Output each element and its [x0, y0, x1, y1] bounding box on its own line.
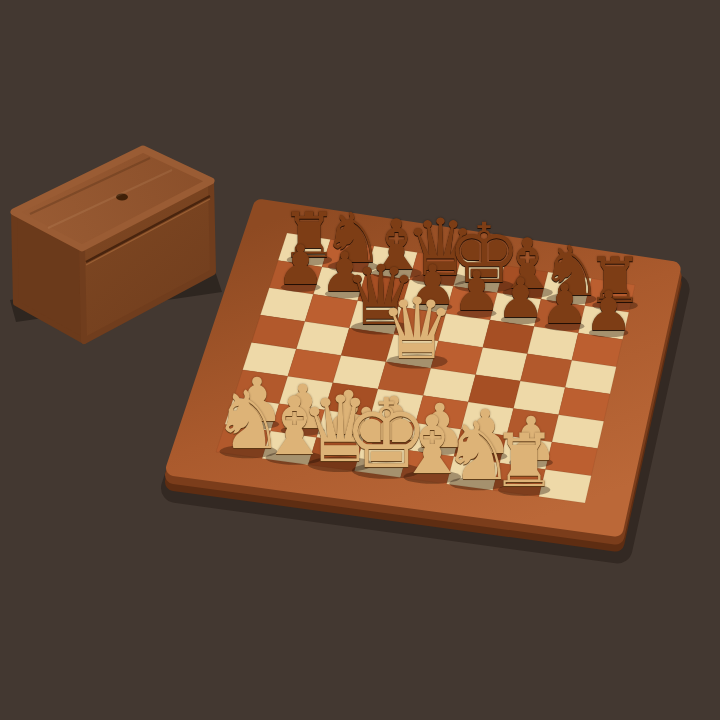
piece-black-pawn[interactable]: ♟ [452, 264, 501, 319]
piece-black-pawn[interactable]: ♟ [496, 271, 545, 326]
piece-black-pawn[interactable]: ♟ [584, 283, 633, 338]
piece-black-pawn[interactable]: ♟ [540, 277, 589, 332]
chess-scene-graphics [0, 0, 720, 720]
piece-white-rook[interactable]: ♜ [491, 425, 556, 498]
table-surface: ♜♞♝♛♚♝♞♜♟♟♟♟♟♟♟♛♛♟♟♟♟♟♟♟♞♝♛♚♝♞♜ [0, 0, 720, 720]
piece-white-queen[interactable]: ♛ [380, 287, 455, 371]
piece-black-pawn[interactable]: ♟ [276, 238, 325, 293]
